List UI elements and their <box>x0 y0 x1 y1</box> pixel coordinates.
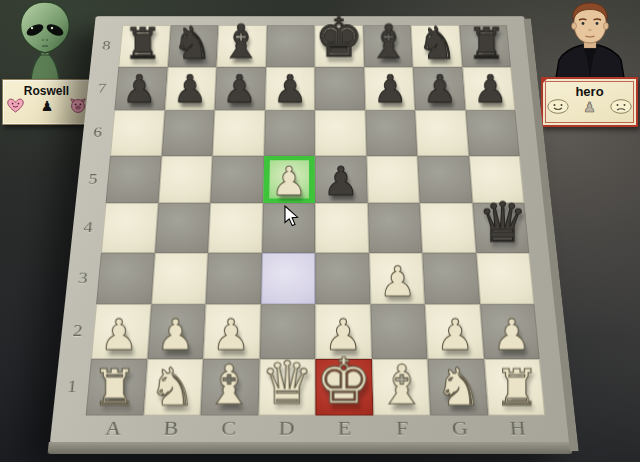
piece-white-king-e1[interactable]: ♚ <box>316 349 373 412</box>
square-b5[interactable] <box>158 156 213 203</box>
square-h7[interactable]: ♟ <box>462 67 515 110</box>
file-label-H: H <box>509 418 527 439</box>
rank-label-2: 2 <box>72 322 83 340</box>
square-g7[interactable]: ♟ <box>413 67 465 110</box>
black-pawn-icon: ♟ <box>41 99 54 113</box>
piece-black-pawn-e5[interactable]: ♟ <box>323 161 359 201</box>
piece-black-pawn-a7[interactable]: ♟ <box>122 70 156 108</box>
square-h3[interactable] <box>476 252 535 304</box>
piece-black-pawn-h7[interactable]: ♟ <box>473 70 507 108</box>
square-a1[interactable]: ♜ <box>86 359 147 416</box>
piece-black-pawn-b7[interactable]: ♟ <box>172 70 206 108</box>
square-b2[interactable]: ♟ <box>147 304 206 358</box>
rank-label-7: 7 <box>97 81 107 95</box>
square-f8[interactable]: ♝ <box>363 25 413 67</box>
piece-white-pawn-g2[interactable]: ♟ <box>436 313 474 356</box>
square-g5[interactable] <box>417 156 472 203</box>
square-b7[interactable]: ♟ <box>164 67 216 110</box>
rank-label-8: 8 <box>102 39 112 53</box>
square-h6[interactable] <box>465 110 520 155</box>
piece-white-pawn-a2[interactable]: ♟ <box>100 313 138 356</box>
square-e5[interactable]: ♟ <box>315 156 367 203</box>
square-e8[interactable]: ♚ <box>315 25 364 67</box>
square-e3[interactable] <box>315 252 370 304</box>
chess-board[interactable]: ♜♞♝♚♝♞♜♟♟♟♟♟♟♟♟♟♛♟♟♟♟♟♟♟♜♞♝♛♚♝♞♜ 8765432… <box>50 16 570 443</box>
square-c6[interactable] <box>212 110 264 155</box>
square-f6[interactable] <box>365 110 417 155</box>
player-name: hero <box>543 84 636 99</box>
file-label-G: G <box>451 418 468 439</box>
file-label-E: E <box>338 418 352 439</box>
square-e1[interactable]: ♚ <box>315 359 373 416</box>
square-g2[interactable]: ♟ <box>425 304 484 358</box>
piece-white-rook-h1[interactable]: ♜ <box>494 363 539 413</box>
board-scene: ♜♞♝♚♝♞♜♟♟♟♟♟♟♟♟♟♛♟♟♟♟♟♟♟♜♞♝♛♚♝♞♜ 8765432… <box>75 0 545 462</box>
square-d6[interactable] <box>264 110 315 155</box>
file-label-F: F <box>396 418 409 439</box>
square-h1[interactable]: ♜ <box>484 359 546 416</box>
piece-white-pawn-h2[interactable]: ♟ <box>492 313 530 356</box>
smiley-sad-icon[interactable] <box>610 99 632 114</box>
rank-label-4: 4 <box>83 219 94 235</box>
square-e7[interactable] <box>315 67 365 110</box>
piece-white-rook-a1[interactable]: ♜ <box>92 363 137 413</box>
square-d5[interactable]: ♟ <box>263 156 315 203</box>
square-c4[interactable] <box>208 203 263 253</box>
rank-label-5: 5 <box>88 171 98 186</box>
square-b4[interactable] <box>154 203 210 253</box>
piece-white-knight-b1[interactable]: ♞ <box>148 360 195 412</box>
square-d7[interactable]: ♟ <box>265 67 315 110</box>
board-grid: ♜♞♝♚♝♞♜♟♟♟♟♟♟♟♟♟♛♟♟♟♟♟♟♟♜♞♝♛♚♝♞♜ <box>86 25 546 415</box>
piece-white-pawn-d5[interactable]: ♟ <box>271 161 307 201</box>
square-a8[interactable]: ♜ <box>118 25 170 67</box>
piece-white-queen-d1[interactable]: ♛ <box>260 354 313 413</box>
square-c1[interactable]: ♝ <box>201 359 260 416</box>
rank-label-1: 1 <box>66 377 78 396</box>
square-e6[interactable] <box>315 110 366 155</box>
square-g8[interactable]: ♞ <box>411 25 462 67</box>
game-background: { "game": "chess", "scene": "3D chess bo… <box>0 0 640 462</box>
square-b1[interactable]: ♞ <box>143 359 203 416</box>
square-f5[interactable] <box>366 156 420 203</box>
piece-black-pawn-d7[interactable]: ♟ <box>273 70 307 108</box>
opponent-avatar-alien <box>10 1 80 91</box>
piece-black-bishop-f8[interactable]: ♝ <box>367 18 409 65</box>
board-slab-bottom-edge <box>48 442 573 454</box>
piece-black-bishop-c8[interactable]: ♝ <box>220 18 262 65</box>
square-h8[interactable]: ♜ <box>459 25 511 67</box>
white-pawn-icon: ♟ <box>583 100 596 114</box>
player-avatar-man <box>550 0 630 78</box>
piece-white-knight-g1[interactable]: ♞ <box>435 360 482 412</box>
file-label-D: D <box>279 418 295 439</box>
piece-black-king-e8[interactable]: ♚ <box>315 11 364 65</box>
square-f1[interactable]: ♝ <box>371 359 430 416</box>
rank-label-3: 3 <box>78 270 89 287</box>
man-figure-icon <box>550 0 630 78</box>
square-a2[interactable]: ♟ <box>91 304 151 358</box>
square-b6[interactable] <box>161 110 214 155</box>
square-c8[interactable]: ♝ <box>217 25 267 67</box>
square-a4[interactable] <box>101 203 158 253</box>
piece-black-pawn-f7[interactable]: ♟ <box>373 70 407 108</box>
piece-white-bishop-f1[interactable]: ♝ <box>377 358 426 413</box>
square-h4[interactable]: ♛ <box>472 203 529 253</box>
square-f7[interactable]: ♟ <box>364 67 415 110</box>
square-d3[interactable] <box>260 252 315 304</box>
pink-heart-face-icon[interactable] <box>7 98 24 113</box>
piece-white-pawn-f3[interactable]: ♟ <box>379 260 416 302</box>
square-c3[interactable] <box>206 252 262 304</box>
square-d4[interactable] <box>262 203 316 253</box>
piece-white-pawn-c2[interactable]: ♟ <box>212 313 250 356</box>
square-d8[interactable] <box>266 25 315 67</box>
square-a6[interactable] <box>110 110 164 155</box>
file-label-B: B <box>163 418 179 439</box>
piece-black-rook-a8[interactable]: ♜ <box>124 22 163 65</box>
square-b3[interactable] <box>151 252 208 304</box>
square-a3[interactable] <box>96 252 154 304</box>
file-label-A: A <box>104 418 122 439</box>
player-nameplate: hero ♟ <box>541 77 638 127</box>
piece-white-pawn-b2[interactable]: ♟ <box>156 313 194 356</box>
square-d1[interactable]: ♛ <box>258 359 315 416</box>
square-g4[interactable] <box>420 203 476 253</box>
piece-black-pawn-g7[interactable]: ♟ <box>423 70 457 108</box>
piece-black-pawn-c7[interactable]: ♟ <box>223 70 257 108</box>
square-e4[interactable] <box>315 203 369 253</box>
piece-black-queen-h4[interactable]: ♛ <box>478 195 527 250</box>
square-a7[interactable]: ♟ <box>114 67 167 110</box>
square-g3[interactable] <box>422 252 479 304</box>
square-f4[interactable] <box>367 203 422 253</box>
piece-black-knight-b8[interactable]: ♞ <box>172 20 212 65</box>
square-f2[interactable] <box>370 304 428 358</box>
square-c2[interactable]: ♟ <box>203 304 260 358</box>
square-g6[interactable] <box>415 110 468 155</box>
piece-black-knight-g8[interactable]: ♞ <box>417 20 457 65</box>
rank-label-6: 6 <box>93 125 103 140</box>
square-c5[interactable] <box>210 156 263 203</box>
piece-black-rook-h8[interactable]: ♜ <box>467 22 506 65</box>
square-b8[interactable]: ♞ <box>167 25 218 67</box>
smiley-happy-icon[interactable] <box>547 99 569 114</box>
square-g1[interactable]: ♞ <box>428 359 488 416</box>
square-f3[interactable]: ♟ <box>369 252 425 304</box>
alien-figure-icon <box>10 1 80 91</box>
square-c7[interactable]: ♟ <box>215 67 266 110</box>
file-label-C: C <box>221 418 236 439</box>
square-h2[interactable]: ♟ <box>480 304 540 358</box>
piece-white-bishop-c1[interactable]: ♝ <box>205 358 254 413</box>
square-a5[interactable] <box>106 156 162 203</box>
